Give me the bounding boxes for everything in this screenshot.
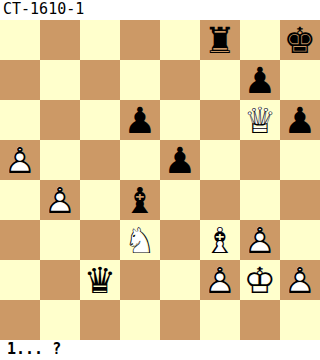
square-d5[interactable] xyxy=(120,140,160,180)
square-g6[interactable]: ♛♕ xyxy=(240,100,280,140)
square-f6[interactable] xyxy=(200,100,240,140)
square-b8[interactable] xyxy=(40,20,80,60)
white-piece-outline: ♙ xyxy=(240,220,280,260)
square-a5[interactable]: ♟♙ xyxy=(0,140,40,180)
square-e7[interactable] xyxy=(160,60,200,100)
square-a3[interactable] xyxy=(0,220,40,260)
square-h4[interactable] xyxy=(280,180,320,220)
move-prompt: 1... ? xyxy=(0,340,320,360)
square-d4[interactable]: ♝ xyxy=(120,180,160,220)
puzzle-id-title: CT-1610-1 xyxy=(0,0,320,20)
square-f5[interactable] xyxy=(200,140,240,180)
square-e1[interactable] xyxy=(160,300,200,340)
black-pawn-piece[interactable]: ♟ xyxy=(160,140,200,180)
square-f7[interactable] xyxy=(200,60,240,100)
black-king-piece[interactable]: ♚ xyxy=(280,20,320,60)
square-h6[interactable]: ♟ xyxy=(280,100,320,140)
white-piece-outline: ♕ xyxy=(240,100,280,140)
square-g7[interactable]: ♟ xyxy=(240,60,280,100)
white-knight-piece[interactable]: ♞♘ xyxy=(120,220,160,260)
square-e3[interactable] xyxy=(160,220,200,260)
square-d2[interactable] xyxy=(120,260,160,300)
square-d6[interactable]: ♟ xyxy=(120,100,160,140)
square-b6[interactable] xyxy=(40,100,80,140)
white-piece-outline: ♘ xyxy=(120,220,160,260)
square-c1[interactable] xyxy=(80,300,120,340)
square-b5[interactable] xyxy=(40,140,80,180)
white-queen-piece[interactable]: ♛♕ xyxy=(240,100,280,140)
square-e4[interactable] xyxy=(160,180,200,220)
chess-board: ♜♚♟♟♛♕♟♟♙♟♟♙♝♞♘♝♗♟♙♛♟♙♚♔♟♙ xyxy=(0,20,320,340)
square-b7[interactable] xyxy=(40,60,80,100)
square-a8[interactable] xyxy=(0,20,40,60)
black-rook-piece[interactable]: ♜ xyxy=(200,20,240,60)
square-g8[interactable] xyxy=(240,20,280,60)
white-pawn-piece[interactable]: ♟♙ xyxy=(200,260,240,300)
black-pawn-piece[interactable]: ♟ xyxy=(120,100,160,140)
white-pawn-piece[interactable]: ♟♙ xyxy=(240,220,280,260)
square-g1[interactable] xyxy=(240,300,280,340)
square-c7[interactable] xyxy=(80,60,120,100)
square-f4[interactable] xyxy=(200,180,240,220)
square-c4[interactable] xyxy=(80,180,120,220)
square-e6[interactable] xyxy=(160,100,200,140)
square-h8[interactable]: ♚ xyxy=(280,20,320,60)
white-piece-outline: ♙ xyxy=(280,260,320,300)
square-e2[interactable] xyxy=(160,260,200,300)
square-c5[interactable] xyxy=(80,140,120,180)
square-c6[interactable] xyxy=(80,100,120,140)
white-pawn-piece[interactable]: ♟♙ xyxy=(40,180,80,220)
black-queen-piece[interactable]: ♛ xyxy=(80,260,120,300)
square-f1[interactable] xyxy=(200,300,240,340)
white-piece-outline: ♙ xyxy=(200,260,240,300)
square-c3[interactable] xyxy=(80,220,120,260)
square-a6[interactable] xyxy=(0,100,40,140)
square-h5[interactable] xyxy=(280,140,320,180)
white-piece-outline: ♗ xyxy=(200,220,240,260)
square-c2[interactable]: ♛ xyxy=(80,260,120,300)
square-b2[interactable] xyxy=(40,260,80,300)
square-a7[interactable] xyxy=(0,60,40,100)
square-a2[interactable] xyxy=(0,260,40,300)
square-g4[interactable] xyxy=(240,180,280,220)
square-h7[interactable] xyxy=(280,60,320,100)
square-g5[interactable] xyxy=(240,140,280,180)
square-f2[interactable]: ♟♙ xyxy=(200,260,240,300)
square-h3[interactable] xyxy=(280,220,320,260)
square-f8[interactable]: ♜ xyxy=(200,20,240,60)
square-d7[interactable] xyxy=(120,60,160,100)
square-d1[interactable] xyxy=(120,300,160,340)
white-pawn-piece[interactable]: ♟♙ xyxy=(0,140,40,180)
square-a4[interactable] xyxy=(0,180,40,220)
square-b1[interactable] xyxy=(40,300,80,340)
square-d3[interactable]: ♞♘ xyxy=(120,220,160,260)
white-pawn-piece[interactable]: ♟♙ xyxy=(280,260,320,300)
white-piece-outline: ♔ xyxy=(240,260,280,300)
white-king-piece[interactable]: ♚♔ xyxy=(240,260,280,300)
square-c8[interactable] xyxy=(80,20,120,60)
square-b4[interactable]: ♟♙ xyxy=(40,180,80,220)
square-e8[interactable] xyxy=(160,20,200,60)
black-pawn-piece[interactable]: ♟ xyxy=(240,60,280,100)
white-piece-outline: ♙ xyxy=(40,180,80,220)
square-f3[interactable]: ♝♗ xyxy=(200,220,240,260)
square-h1[interactable] xyxy=(280,300,320,340)
white-piece-outline: ♙ xyxy=(0,140,40,180)
square-g3[interactable]: ♟♙ xyxy=(240,220,280,260)
black-bishop-piece[interactable]: ♝ xyxy=(120,180,160,220)
square-b3[interactable] xyxy=(40,220,80,260)
black-pawn-piece[interactable]: ♟ xyxy=(280,100,320,140)
square-d8[interactable] xyxy=(120,20,160,60)
white-bishop-piece[interactable]: ♝♗ xyxy=(200,220,240,260)
square-a1[interactable] xyxy=(0,300,40,340)
square-e5[interactable]: ♟ xyxy=(160,140,200,180)
square-g2[interactable]: ♚♔ xyxy=(240,260,280,300)
square-h2[interactable]: ♟♙ xyxy=(280,260,320,300)
